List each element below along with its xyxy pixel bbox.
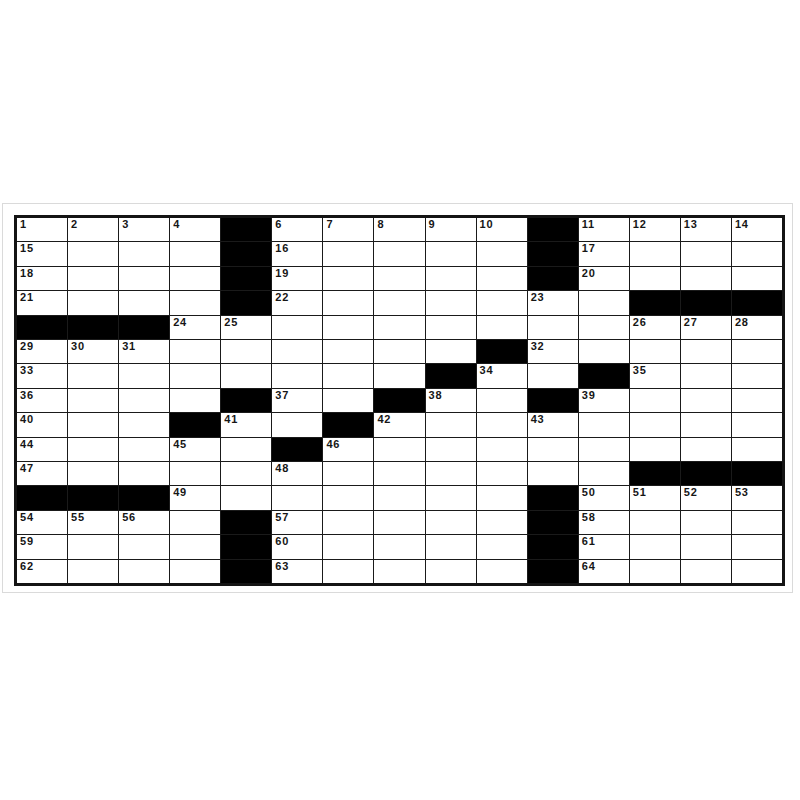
- cell-r11c5[interactable]: [221, 462, 271, 485]
- cell-r10c2[interactable]: [68, 438, 118, 461]
- cell-r12c15[interactable]: 53: [732, 486, 782, 509]
- cell-r3c3[interactable]: [119, 267, 169, 290]
- cell-r8c2[interactable]: [68, 389, 118, 412]
- cell-r1c9[interactable]: 9: [426, 218, 476, 241]
- black-cell-r8c11: [528, 389, 578, 412]
- cell-r4c1[interactable]: 21: [17, 291, 67, 314]
- cell-r7c2[interactable]: [68, 364, 118, 387]
- cell-r5c10[interactable]: [477, 316, 527, 339]
- cell-r8c9[interactable]: 38: [426, 389, 476, 412]
- clue-number-8: 8: [377, 219, 384, 230]
- cell-r12c9[interactable]: [426, 486, 476, 509]
- clue-number-38: 38: [429, 390, 443, 401]
- cell-r10c7[interactable]: 46: [323, 438, 373, 461]
- cell-r1c15[interactable]: 14: [732, 218, 782, 241]
- cell-r14c3[interactable]: [119, 535, 169, 558]
- cell-r10c9[interactable]: [426, 438, 476, 461]
- black-cell-r9c7: [323, 413, 373, 436]
- cell-r4c10[interactable]: [477, 291, 527, 314]
- cell-r5c4[interactable]: 24: [170, 316, 220, 339]
- clue-number-16: 16: [275, 243, 289, 254]
- clue-number-34: 34: [480, 365, 494, 376]
- cell-r7c5[interactable]: [221, 364, 271, 387]
- black-cell-r4c14: [681, 291, 731, 314]
- cell-r6c14[interactable]: [681, 340, 731, 363]
- clue-number-43: 43: [531, 414, 545, 425]
- cell-r1c3[interactable]: 3: [119, 218, 169, 241]
- cell-r15c3[interactable]: [119, 560, 169, 583]
- black-cell-r13c5: [221, 511, 271, 534]
- clue-number-46: 46: [326, 439, 340, 450]
- cell-r8c1[interactable]: 36: [17, 389, 67, 412]
- cell-r4c3[interactable]: [119, 291, 169, 314]
- cell-r4c8[interactable]: [374, 291, 424, 314]
- cell-r13c7[interactable]: [323, 511, 373, 534]
- cell-r10c13[interactable]: [630, 438, 680, 461]
- cell-r11c2[interactable]: [68, 462, 118, 485]
- cell-r4c7[interactable]: [323, 291, 373, 314]
- clue-number-4: 4: [173, 219, 180, 230]
- cell-r1c7[interactable]: 7: [323, 218, 373, 241]
- cell-r6c9[interactable]: [426, 340, 476, 363]
- cell-r1c2[interactable]: 2: [68, 218, 118, 241]
- cell-r3c13[interactable]: [630, 267, 680, 290]
- cell-r1c13[interactable]: 12: [630, 218, 680, 241]
- cell-r12c5[interactable]: [221, 486, 271, 509]
- cell-r9c5[interactable]: 41: [221, 413, 271, 436]
- cell-r1c10[interactable]: 10: [477, 218, 527, 241]
- cell-r13c12[interactable]: 58: [579, 511, 629, 534]
- black-cell-r15c11: [528, 560, 578, 583]
- clue-number-3: 3: [122, 219, 129, 230]
- clue-number-26: 26: [633, 317, 647, 328]
- cell-r3c8[interactable]: [374, 267, 424, 290]
- cell-r2c3[interactable]: [119, 242, 169, 265]
- cell-r6c11[interactable]: 32: [528, 340, 578, 363]
- clue-number-37: 37: [275, 390, 289, 401]
- cell-r14c1[interactable]: 59: [17, 535, 67, 558]
- cell-r14c13[interactable]: [630, 535, 680, 558]
- cell-r4c9[interactable]: [426, 291, 476, 314]
- clue-number-41: 41: [224, 414, 238, 425]
- clue-number-6: 6: [275, 219, 282, 230]
- cell-r4c12[interactable]: [579, 291, 629, 314]
- cell-r2c8[interactable]: [374, 242, 424, 265]
- clue-number-48: 48: [275, 463, 289, 474]
- clue-number-55: 55: [71, 512, 85, 523]
- black-cell-r1c11: [528, 218, 578, 241]
- clue-number-49: 49: [173, 487, 187, 498]
- cell-r4c4[interactable]: [170, 291, 220, 314]
- cell-r12c13[interactable]: 51: [630, 486, 680, 509]
- cell-r13c3[interactable]: 56: [119, 511, 169, 534]
- cell-r15c13[interactable]: [630, 560, 680, 583]
- clue-number-58: 58: [582, 512, 596, 523]
- cell-r13c14[interactable]: [681, 511, 731, 534]
- cell-r13c8[interactable]: [374, 511, 424, 534]
- black-cell-r3c5: [221, 267, 271, 290]
- black-cell-r2c11: [528, 242, 578, 265]
- cell-r6c12[interactable]: [579, 340, 629, 363]
- cell-r8c14[interactable]: [681, 389, 731, 412]
- cell-r14c4[interactable]: [170, 535, 220, 558]
- cell-r6c13[interactable]: [630, 340, 680, 363]
- cell-r5c6[interactable]: [272, 316, 322, 339]
- cell-r8c15[interactable]: [732, 389, 782, 412]
- cell-r8c13[interactable]: [630, 389, 680, 412]
- cell-r3c9[interactable]: [426, 267, 476, 290]
- cell-r15c6[interactable]: 63: [272, 560, 322, 583]
- cell-r2c2[interactable]: [68, 242, 118, 265]
- clue-number-44: 44: [20, 439, 34, 450]
- clue-number-17: 17: [582, 243, 596, 254]
- cell-r13c4[interactable]: [170, 511, 220, 534]
- cell-r3c12[interactable]: 20: [579, 267, 629, 290]
- black-cell-r14c5: [221, 535, 271, 558]
- cell-r15c9[interactable]: [426, 560, 476, 583]
- cell-r11c7[interactable]: [323, 462, 373, 485]
- cell-r1c4[interactable]: 4: [170, 218, 220, 241]
- black-cell-r7c9: [426, 364, 476, 387]
- cell-r9c6[interactable]: [272, 413, 322, 436]
- clue-number-50: 50: [582, 487, 596, 498]
- clue-number-28: 28: [735, 317, 749, 328]
- cell-r4c2[interactable]: [68, 291, 118, 314]
- cell-r9c8[interactable]: 42: [374, 413, 424, 436]
- cell-r9c11[interactable]: 43: [528, 413, 578, 436]
- clue-number-57: 57: [275, 512, 289, 523]
- cell-r1c8[interactable]: 8: [374, 218, 424, 241]
- clue-number-35: 35: [633, 365, 647, 376]
- cell-r15c7[interactable]: [323, 560, 373, 583]
- cell-r10c15[interactable]: [732, 438, 782, 461]
- cell-r13c10[interactable]: [477, 511, 527, 534]
- black-cell-r5c3: [119, 316, 169, 339]
- black-cell-r5c1: [17, 316, 67, 339]
- black-cell-r6c10: [477, 340, 527, 363]
- crossword-image-frame: 1234678910111213141516171819202122232425…: [2, 203, 793, 593]
- cell-r14c15[interactable]: [732, 535, 782, 558]
- cell-r5c15[interactable]: 28: [732, 316, 782, 339]
- cell-r7c8[interactable]: [374, 364, 424, 387]
- cell-r5c7[interactable]: [323, 316, 373, 339]
- black-cell-r9c4: [170, 413, 220, 436]
- cell-r10c11[interactable]: [528, 438, 578, 461]
- cell-r8c12[interactable]: 39: [579, 389, 629, 412]
- cell-r9c10[interactable]: [477, 413, 527, 436]
- cell-r11c9[interactable]: [426, 462, 476, 485]
- cell-r8c6[interactable]: 37: [272, 389, 322, 412]
- cell-r12c12[interactable]: 50: [579, 486, 629, 509]
- black-cell-r8c5: [221, 389, 271, 412]
- black-cell-r11c13: [630, 462, 680, 485]
- cell-r11c1[interactable]: 47: [17, 462, 67, 485]
- black-cell-r4c5: [221, 291, 271, 314]
- crossword-grid: 1234678910111213141516171819202122232425…: [14, 215, 785, 586]
- cell-r11c12[interactable]: [579, 462, 629, 485]
- cell-r3c6[interactable]: 19: [272, 267, 322, 290]
- cell-r4c6[interactable]: 22: [272, 291, 322, 314]
- cell-r8c4[interactable]: [170, 389, 220, 412]
- cell-r2c12[interactable]: 17: [579, 242, 629, 265]
- clue-number-33: 33: [20, 365, 34, 376]
- clue-number-19: 19: [275, 268, 289, 279]
- cell-r12c4[interactable]: 49: [170, 486, 220, 509]
- cell-r10c1[interactable]: 44: [17, 438, 67, 461]
- cell-r15c2[interactable]: [68, 560, 118, 583]
- clue-number-12: 12: [633, 219, 647, 230]
- cell-r7c13[interactable]: 35: [630, 364, 680, 387]
- cell-r2c9[interactable]: [426, 242, 476, 265]
- cell-r15c8[interactable]: [374, 560, 424, 583]
- cell-r2c10[interactable]: [477, 242, 527, 265]
- clue-number-14: 14: [735, 219, 749, 230]
- cell-r2c7[interactable]: [323, 242, 373, 265]
- cell-r11c10[interactable]: [477, 462, 527, 485]
- cell-r5c14[interactable]: 27: [681, 316, 731, 339]
- cell-r8c3[interactable]: [119, 389, 169, 412]
- cell-r15c12[interactable]: 64: [579, 560, 629, 583]
- cell-r3c15[interactable]: [732, 267, 782, 290]
- cell-r8c7[interactable]: [323, 389, 373, 412]
- cell-r14c2[interactable]: [68, 535, 118, 558]
- cell-r7c15[interactable]: [732, 364, 782, 387]
- clue-number-61: 61: [582, 536, 596, 547]
- cell-r3c2[interactable]: [68, 267, 118, 290]
- black-cell-r5c2: [68, 316, 118, 339]
- cell-r15c10[interactable]: [477, 560, 527, 583]
- cell-r5c5[interactable]: 25: [221, 316, 271, 339]
- cell-r6c7[interactable]: [323, 340, 373, 363]
- black-cell-r12c1: [17, 486, 67, 509]
- clue-number-25: 25: [224, 317, 238, 328]
- cell-r13c1[interactable]: 54: [17, 511, 67, 534]
- clue-number-32: 32: [531, 341, 545, 352]
- black-cell-r4c15: [732, 291, 782, 314]
- cell-r9c15[interactable]: [732, 413, 782, 436]
- cell-r11c6[interactable]: 48: [272, 462, 322, 485]
- cell-r12c7[interactable]: [323, 486, 373, 509]
- cell-r11c3[interactable]: [119, 462, 169, 485]
- clue-number-40: 40: [20, 414, 34, 425]
- black-cell-r4c13: [630, 291, 680, 314]
- clue-number-9: 9: [429, 219, 436, 230]
- black-cell-r3c11: [528, 267, 578, 290]
- cell-r10c14[interactable]: [681, 438, 731, 461]
- clue-number-27: 27: [684, 317, 698, 328]
- cell-r3c7[interactable]: [323, 267, 373, 290]
- cell-r2c1[interactable]: 15: [17, 242, 67, 265]
- clue-number-15: 15: [20, 243, 34, 254]
- cell-r6c1[interactable]: 29: [17, 340, 67, 363]
- cell-r5c9[interactable]: [426, 316, 476, 339]
- cell-r7c1[interactable]: 33: [17, 364, 67, 387]
- cell-r2c15[interactable]: [732, 242, 782, 265]
- cell-r6c2[interactable]: 30: [68, 340, 118, 363]
- clue-number-20: 20: [582, 268, 596, 279]
- cell-r14c8[interactable]: [374, 535, 424, 558]
- cell-r3c14[interactable]: [681, 267, 731, 290]
- clue-number-22: 22: [275, 292, 289, 303]
- clue-number-54: 54: [20, 512, 34, 523]
- clue-number-7: 7: [326, 219, 333, 230]
- clue-number-36: 36: [20, 390, 34, 401]
- clue-number-1: 1: [20, 219, 27, 230]
- cell-r11c11[interactable]: [528, 462, 578, 485]
- cell-r1c12[interactable]: 11: [579, 218, 629, 241]
- cell-r13c6[interactable]: 57: [272, 511, 322, 534]
- black-cell-r15c5: [221, 560, 271, 583]
- cell-r13c15[interactable]: [732, 511, 782, 534]
- cell-r1c6[interactable]: 6: [272, 218, 322, 241]
- cell-r9c14[interactable]: [681, 413, 731, 436]
- black-cell-r8c8: [374, 389, 424, 412]
- cell-r14c10[interactable]: [477, 535, 527, 558]
- clue-number-10: 10: [480, 219, 494, 230]
- clue-number-64: 64: [582, 561, 596, 572]
- cell-r5c12[interactable]: [579, 316, 629, 339]
- cell-r10c3[interactable]: [119, 438, 169, 461]
- black-cell-r12c2: [68, 486, 118, 509]
- cell-r6c15[interactable]: [732, 340, 782, 363]
- clue-number-21: 21: [20, 292, 34, 303]
- clue-number-62: 62: [20, 561, 34, 572]
- cell-r6c3[interactable]: 31: [119, 340, 169, 363]
- clue-number-31: 31: [122, 341, 136, 352]
- cell-r5c8[interactable]: [374, 316, 424, 339]
- cell-r10c8[interactable]: [374, 438, 424, 461]
- cell-r9c2[interactable]: [68, 413, 118, 436]
- cell-r14c14[interactable]: [681, 535, 731, 558]
- cell-r11c8[interactable]: [374, 462, 424, 485]
- black-cell-r12c11: [528, 486, 578, 509]
- cell-r13c2[interactable]: 55: [68, 511, 118, 534]
- cell-r15c1[interactable]: 62: [17, 560, 67, 583]
- cell-r15c14[interactable]: [681, 560, 731, 583]
- cell-r14c7[interactable]: [323, 535, 373, 558]
- clue-number-47: 47: [20, 463, 34, 474]
- cell-r12c6[interactable]: [272, 486, 322, 509]
- cell-r9c9[interactable]: [426, 413, 476, 436]
- cell-r6c6[interactable]: [272, 340, 322, 363]
- clue-number-59: 59: [20, 536, 34, 547]
- cell-r12c14[interactable]: 52: [681, 486, 731, 509]
- cell-r10c4[interactable]: 45: [170, 438, 220, 461]
- clue-number-11: 11: [582, 219, 595, 230]
- cell-r14c12[interactable]: 61: [579, 535, 629, 558]
- cell-r13c9[interactable]: [426, 511, 476, 534]
- clue-number-2: 2: [71, 219, 78, 230]
- cell-r2c14[interactable]: [681, 242, 731, 265]
- cell-r12c10[interactable]: [477, 486, 527, 509]
- cell-r7c4[interactable]: [170, 364, 220, 387]
- cell-r14c9[interactable]: [426, 535, 476, 558]
- cell-r1c1[interactable]: 1: [17, 218, 67, 241]
- cell-r2c4[interactable]: [170, 242, 220, 265]
- clue-number-56: 56: [122, 512, 136, 523]
- cell-r7c11[interactable]: [528, 364, 578, 387]
- cell-r15c15[interactable]: [732, 560, 782, 583]
- cell-r2c13[interactable]: [630, 242, 680, 265]
- clue-number-42: 42: [377, 414, 391, 425]
- cell-r7c10[interactable]: 34: [477, 364, 527, 387]
- cell-r9c13[interactable]: [630, 413, 680, 436]
- black-cell-r10c6: [272, 438, 322, 461]
- cell-r7c14[interactable]: [681, 364, 731, 387]
- cell-r5c13[interactable]: 26: [630, 316, 680, 339]
- black-cell-r12c3: [119, 486, 169, 509]
- cell-r12c8[interactable]: [374, 486, 424, 509]
- black-cell-r11c14: [681, 462, 731, 485]
- cell-r7c6[interactable]: [272, 364, 322, 387]
- cell-r1c14[interactable]: 13: [681, 218, 731, 241]
- clue-number-30: 30: [71, 341, 85, 352]
- cell-r9c1[interactable]: 40: [17, 413, 67, 436]
- clue-number-63: 63: [275, 561, 289, 572]
- clue-number-51: 51: [633, 487, 647, 498]
- black-cell-r7c12: [579, 364, 629, 387]
- clue-number-24: 24: [173, 317, 187, 328]
- cell-r9c3[interactable]: [119, 413, 169, 436]
- cell-r14c6[interactable]: 60: [272, 535, 322, 558]
- cell-r3c1[interactable]: 18: [17, 267, 67, 290]
- black-cell-r2c5: [221, 242, 271, 265]
- clue-number-39: 39: [582, 390, 596, 401]
- cell-r5c11[interactable]: [528, 316, 578, 339]
- clue-number-18: 18: [20, 268, 34, 279]
- cell-r10c5[interactable]: [221, 438, 271, 461]
- black-cell-r14c11: [528, 535, 578, 558]
- black-cell-r11c15: [732, 462, 782, 485]
- cell-r15c4[interactable]: [170, 560, 220, 583]
- clue-number-52: 52: [684, 487, 698, 498]
- clue-number-13: 13: [684, 219, 698, 230]
- cell-r3c4[interactable]: [170, 267, 220, 290]
- cell-r11c4[interactable]: [170, 462, 220, 485]
- clue-number-29: 29: [20, 341, 34, 352]
- cell-r6c5[interactable]: [221, 340, 271, 363]
- cell-r8c10[interactable]: [477, 389, 527, 412]
- black-cell-r13c11: [528, 511, 578, 534]
- cell-r10c10[interactable]: [477, 438, 527, 461]
- clue-number-53: 53: [735, 487, 749, 498]
- cell-r6c8[interactable]: [374, 340, 424, 363]
- cell-r7c3[interactable]: [119, 364, 169, 387]
- cell-r13c13[interactable]: [630, 511, 680, 534]
- clue-number-60: 60: [275, 536, 289, 547]
- cell-r9c12[interactable]: [579, 413, 629, 436]
- black-cell-r1c5: [221, 218, 271, 241]
- cell-r2c6[interactable]: 16: [272, 242, 322, 265]
- cell-r3c10[interactable]: [477, 267, 527, 290]
- clue-number-23: 23: [531, 292, 545, 303]
- cell-r6c4[interactable]: [170, 340, 220, 363]
- clue-number-45: 45: [173, 439, 187, 450]
- cell-r10c12[interactable]: [579, 438, 629, 461]
- cell-r4c11[interactable]: 23: [528, 291, 578, 314]
- cell-r7c7[interactable]: [323, 364, 373, 387]
